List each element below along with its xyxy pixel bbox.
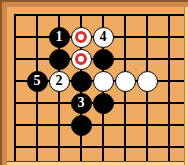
stone-white-circled[interactable] [71,49,92,70]
stone-black[interactable] [71,71,92,92]
stone-number: 5 [34,74,41,88]
stone-black[interactable] [93,49,114,70]
go-diagram: 14523 [0,0,188,165]
frame-right-highlight [185,2,188,165]
stone-white[interactable] [137,71,158,92]
stone-white-2[interactable]: 2 [49,71,70,92]
frame-top-shadow [2,2,188,7]
go-board-grid[interactable]: 14523 [4,4,180,158]
frame-left-shadow [2,2,7,165]
frame-bottom-highlight [2,162,188,165]
stone-black-5[interactable]: 5 [27,71,48,92]
stone-black-3[interactable]: 3 [71,93,92,114]
circle-marker-icon [75,31,87,43]
stone-number: 2 [56,74,63,88]
stone-black[interactable] [49,49,70,70]
frame-left-outline [0,0,2,165]
frame-top-outline [0,0,188,2]
stone-white-4[interactable]: 4 [93,27,114,48]
stone-number: 1 [56,30,63,44]
stone-white[interactable] [115,71,136,92]
circle-marker-icon [75,53,87,65]
stone-number: 3 [78,96,85,110]
stone-white-circled[interactable] [71,27,92,48]
stone-black-1[interactable]: 1 [49,27,70,48]
stone-black[interactable] [71,115,92,136]
stone-white[interactable] [93,71,114,92]
stone-number: 4 [100,30,107,44]
stone-black[interactable] [93,93,114,114]
